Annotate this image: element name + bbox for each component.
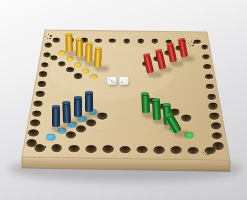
track-hole	[194, 40, 201, 45]
home-hole	[66, 67, 74, 72]
peg-yellow-2[interactable]	[76, 38, 83, 58]
die-pip	[113, 82, 114, 83]
track-hole	[32, 110, 41, 117]
home-hole	[66, 131, 76, 138]
track-hole	[137, 146, 148, 154]
corner-mark	[192, 45, 193, 46]
peg-body	[74, 98, 82, 117]
track-hole	[212, 133, 222, 140]
track-hole	[51, 145, 62, 153]
start-dot	[46, 134, 55, 141]
track-hole	[207, 93, 216, 99]
track-hole	[34, 101, 43, 107]
corner-mark	[47, 38, 48, 39]
peg-body	[94, 48, 102, 67]
corner-mark	[45, 36, 46, 37]
corner-mark	[50, 35, 51, 36]
start-dot	[67, 57, 74, 62]
die-1[interactable]	[107, 77, 116, 85]
track-hole	[85, 145, 96, 153]
start-dot	[82, 68, 89, 73]
corner-mark	[193, 42, 194, 43]
track-hole	[209, 113, 219, 120]
peg-green-2[interactable]	[152, 97, 161, 119]
track-hole	[41, 62, 48, 67]
peg-blue-3[interactable]	[62, 100, 71, 122]
corner-mark	[44, 146, 45, 147]
peg-red-2[interactable]	[166, 43, 177, 63]
corner-mark	[206, 150, 207, 151]
track-hole	[151, 39, 158, 44]
peg-top	[62, 100, 70, 104]
track-hole	[102, 145, 113, 153]
corner-mark	[48, 34, 49, 35]
peg-body	[76, 39, 83, 57]
track-hole	[30, 120, 40, 127]
corner-mark	[190, 45, 191, 46]
die-pip	[121, 82, 122, 83]
track-hole	[208, 103, 217, 109]
peg-green-1[interactable]	[141, 92, 149, 113]
corner-mark	[207, 154, 208, 155]
peg-top	[142, 92, 149, 96]
start-dot	[90, 74, 97, 79]
start-dot	[75, 62, 82, 67]
peg-yellow-1[interactable]	[65, 33, 73, 52]
corner-mark	[191, 41, 192, 42]
track-hole	[154, 146, 165, 154]
track-hole	[38, 81, 46, 87]
peg-body	[52, 107, 60, 127]
track-hole	[36, 91, 45, 97]
home-hole	[74, 73, 82, 79]
track-hole	[202, 54, 209, 59]
corner-mark	[49, 38, 50, 39]
home-hole	[76, 125, 86, 132]
home-hole	[181, 115, 191, 122]
peg-top	[74, 96, 81, 100]
track-hole	[68, 145, 79, 153]
peg-top	[52, 105, 60, 109]
track-hole	[45, 43, 52, 48]
corner-mark	[42, 145, 43, 146]
peg-body	[65, 34, 73, 52]
peg-blue-1[interactable]	[85, 91, 93, 112]
home-hole	[58, 61, 65, 66]
corner-mark	[43, 149, 44, 150]
die-pip	[124, 79, 125, 80]
corner-mark	[188, 43, 189, 44]
peg-blue-4[interactable]	[52, 105, 60, 127]
peg-blue-2[interactable]	[74, 96, 82, 117]
peg-body	[62, 102, 71, 122]
track-hole	[188, 147, 199, 155]
peg-body	[152, 99, 161, 119]
peg-body	[85, 93, 93, 112]
peg-red-4[interactable]	[143, 53, 155, 74]
track-hole	[109, 39, 116, 44]
peg-body	[84, 43, 92, 62]
track-hole	[137, 39, 144, 44]
track-hole	[120, 146, 131, 154]
track-hole	[43, 52, 50, 57]
track-hole	[27, 139, 38, 146]
peg-top	[85, 91, 92, 95]
peg-top	[163, 103, 171, 107]
track-hole	[171, 147, 182, 155]
peg-body	[142, 94, 150, 114]
track-hole	[28, 130, 38, 137]
corner-mark	[205, 154, 206, 155]
track-hole	[95, 38, 102, 43]
track-hole	[39, 72, 47, 77]
die-2[interactable]	[119, 77, 128, 85]
track-hole	[205, 74, 213, 80]
track-hole	[201, 45, 208, 50]
die-pip	[109, 79, 110, 80]
pieces-layer	[0, 0, 247, 200]
peg-yellow-3[interactable]	[84, 42, 92, 62]
track-hole	[53, 38, 59, 43]
track-hole	[211, 123, 221, 130]
track-hole	[206, 84, 214, 90]
track-hole	[204, 64, 212, 69]
corner-mark	[208, 151, 209, 152]
photo-backdrop	[0, 0, 247, 200]
track-hole	[123, 39, 130, 44]
peg-top	[152, 97, 160, 101]
home-hole	[50, 55, 57, 60]
home-hole	[86, 120, 96, 127]
